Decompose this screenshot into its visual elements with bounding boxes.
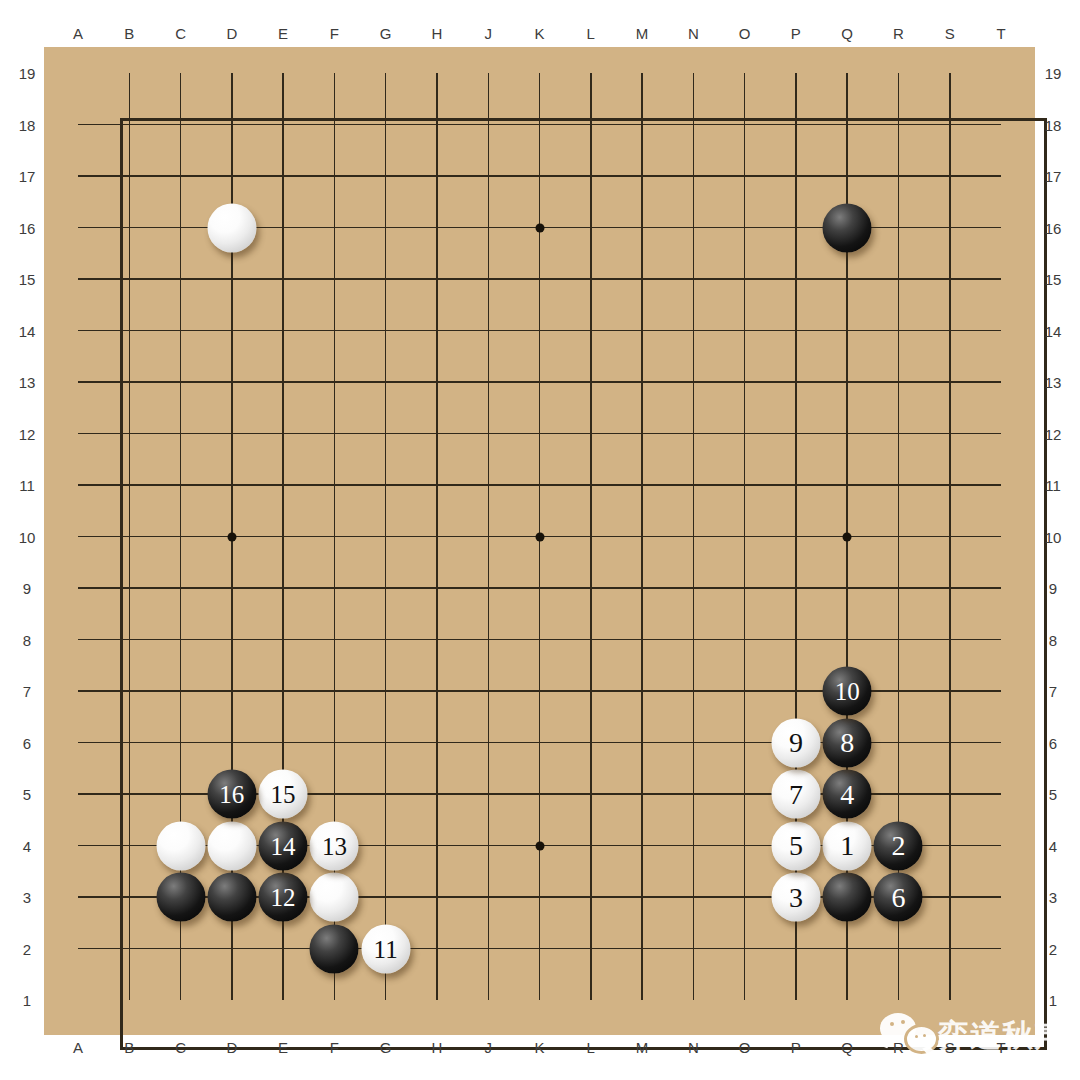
stone-D16[interactable]	[207, 203, 256, 252]
coord-label-left-19: 19	[19, 65, 36, 82]
coord-label-bottom-O: O	[739, 1039, 751, 1056]
coord-label-left-16: 16	[19, 219, 36, 236]
coord-label-top-O: O	[739, 25, 751, 42]
coord-label-bottom-S: S	[945, 1039, 955, 1056]
coord-label-bottom-F: F	[330, 1039, 339, 1056]
stone-move-number: 6	[891, 883, 905, 911]
grid-line-vertical	[590, 73, 592, 1000]
star-point-K10	[535, 532, 544, 541]
stone-E5[interactable]: 15	[259, 770, 308, 819]
coord-label-right-2: 2	[1049, 940, 1057, 957]
coord-label-top-P: P	[791, 25, 801, 42]
grid-line-vertical	[641, 73, 643, 1000]
coord-label-bottom-G: G	[380, 1039, 392, 1056]
coord-label-top-K: K	[534, 25, 544, 42]
grid-line-horizontal	[78, 948, 1001, 950]
coord-label-bottom-D: D	[226, 1039, 237, 1056]
stone-P4[interactable]: 5	[771, 821, 820, 870]
stone-Q6[interactable]: 8	[823, 718, 872, 767]
stone-Q3[interactable]	[823, 873, 872, 922]
stone-D3[interactable]	[207, 873, 256, 922]
stone-move-number: 16	[219, 782, 244, 807]
coord-label-top-S: S	[945, 25, 955, 42]
grid-line-horizontal	[78, 587, 1001, 589]
coord-label-right-19: 19	[1045, 65, 1062, 82]
coord-label-top-M: M	[636, 25, 649, 42]
coord-label-left-4: 4	[23, 837, 31, 854]
star-point-Q10	[843, 532, 852, 541]
coord-label-top-G: G	[380, 25, 392, 42]
grid-line-vertical	[744, 73, 746, 1000]
stone-move-number: 2	[891, 832, 905, 860]
stone-D5[interactable]: 16	[207, 770, 256, 819]
stone-move-number: 12	[271, 885, 296, 910]
stone-move-number: 13	[322, 833, 347, 858]
coord-label-top-D: D	[226, 25, 237, 42]
coord-label-right-7: 7	[1049, 683, 1057, 700]
coord-label-left-3: 3	[23, 889, 31, 906]
coord-label-right-4: 4	[1049, 837, 1057, 854]
coord-label-left-5: 5	[23, 786, 31, 803]
grid-line-vertical	[949, 73, 951, 1000]
coord-label-left-14: 14	[19, 322, 36, 339]
stone-P6[interactable]: 9	[771, 718, 820, 767]
coord-label-right-1: 1	[1049, 992, 1057, 1009]
stone-P3[interactable]: 3	[771, 873, 820, 922]
stone-C4[interactable]	[156, 821, 205, 870]
stone-move-number: 10	[835, 679, 860, 704]
coord-label-left-18: 18	[19, 116, 36, 133]
coord-label-left-12: 12	[19, 425, 36, 442]
coord-label-right-3: 3	[1049, 889, 1057, 906]
coord-label-bottom-N: N	[688, 1039, 699, 1056]
stone-G2[interactable]: 11	[361, 924, 410, 973]
coord-label-top-L: L	[587, 25, 595, 42]
coord-label-left-6: 6	[23, 734, 31, 751]
wechat-bubble-small	[904, 1024, 939, 1054]
coord-label-bottom-R: R	[893, 1039, 904, 1056]
coord-label-bottom-C: C	[175, 1039, 186, 1056]
coord-label-right-6: 6	[1049, 734, 1057, 751]
coord-label-top-H: H	[432, 25, 443, 42]
coord-label-left-9: 9	[23, 580, 31, 597]
stone-move-number: 5	[789, 832, 803, 860]
stone-Q5[interactable]: 4	[823, 770, 872, 819]
coord-label-right-8: 8	[1049, 631, 1057, 648]
stone-E4[interactable]: 14	[259, 821, 308, 870]
stone-move-number: 14	[271, 833, 296, 858]
coord-label-bottom-L: L	[587, 1039, 595, 1056]
coord-label-top-J: J	[484, 25, 492, 42]
coord-label-right-10: 10	[1045, 528, 1062, 545]
coord-label-bottom-M: M	[636, 1039, 649, 1056]
coord-label-bottom-E: E	[278, 1039, 288, 1056]
coord-label-bottom-K: K	[534, 1039, 544, 1056]
coord-label-bottom-B: B	[124, 1039, 134, 1056]
stone-move-number: 15	[271, 782, 296, 807]
stone-move-number: 9	[789, 729, 803, 757]
stone-Q4[interactable]: 1	[823, 821, 872, 870]
coord-label-right-11: 11	[1045, 477, 1061, 494]
coord-label-top-B: B	[124, 25, 134, 42]
coord-label-right-14: 14	[1045, 322, 1062, 339]
coord-label-bottom-P: P	[791, 1039, 801, 1056]
coord-label-left-17: 17	[19, 168, 36, 185]
stone-R4[interactable]: 2	[874, 821, 923, 870]
coord-label-top-Q: Q	[841, 25, 853, 42]
coord-label-right-9: 9	[1049, 580, 1057, 597]
stone-move-number: 3	[789, 883, 803, 911]
coord-label-bottom-H: H	[432, 1039, 443, 1056]
stone-E3[interactable]: 12	[259, 873, 308, 922]
coord-label-bottom-J: J	[484, 1039, 492, 1056]
stone-C3[interactable]	[156, 873, 205, 922]
coord-label-top-F: F	[330, 25, 339, 42]
stone-move-number: 7	[789, 780, 803, 808]
coord-label-right-5: 5	[1049, 786, 1057, 803]
coord-label-left-1: 1	[23, 992, 31, 1009]
coord-label-top-T: T	[996, 25, 1005, 42]
stone-Q7[interactable]: 10	[823, 667, 872, 716]
coord-label-right-16: 16	[1045, 219, 1062, 236]
stone-move-number: 11	[374, 936, 398, 961]
stone-F4[interactable]: 13	[310, 821, 359, 870]
coord-label-right-17: 17	[1045, 168, 1062, 185]
coord-label-top-E: E	[278, 25, 288, 42]
coord-label-right-13: 13	[1045, 374, 1062, 391]
coord-label-left-10: 10	[19, 528, 36, 545]
coord-label-right-18: 18	[1045, 116, 1062, 133]
stone-P5[interactable]: 7	[771, 770, 820, 819]
coord-label-bottom-A: A	[73, 1039, 83, 1056]
stone-move-number: 4	[840, 780, 854, 808]
coord-label-bottom-Q: Q	[841, 1039, 853, 1056]
watermark: 弈道秋声	[876, 1007, 1066, 1065]
stone-F3[interactable]	[310, 873, 359, 922]
go-diagram-page: 弈道秋声 AABBCCDDEEFFGGHHJJKKLLMMNNOOPPQQRRS…	[0, 0, 1080, 1080]
coord-label-left-13: 13	[19, 374, 36, 391]
star-point-D10	[227, 532, 236, 541]
stone-Q16[interactable]	[823, 203, 872, 252]
coord-label-right-15: 15	[1045, 271, 1062, 288]
coord-label-top-C: C	[175, 25, 186, 42]
grid-line-horizontal	[78, 639, 1001, 641]
coord-label-top-A: A	[73, 25, 83, 42]
stone-F2[interactable]	[310, 924, 359, 973]
coord-label-top-N: N	[688, 25, 699, 42]
stone-R3[interactable]: 6	[874, 873, 923, 922]
grid-line-vertical	[693, 73, 695, 1000]
coord-label-left-7: 7	[23, 683, 31, 700]
stone-move-number: 1	[840, 832, 854, 860]
coord-label-left-8: 8	[23, 631, 31, 648]
coord-label-left-11: 11	[19, 477, 35, 494]
coord-label-left-2: 2	[23, 940, 31, 957]
coord-label-bottom-T: T	[996, 1039, 1005, 1056]
stone-move-number: 8	[840, 729, 854, 757]
coord-label-right-12: 12	[1045, 425, 1062, 442]
coord-label-top-R: R	[893, 25, 904, 42]
coord-label-left-15: 15	[19, 271, 36, 288]
star-point-K16	[535, 223, 544, 232]
star-point-K4	[535, 841, 544, 850]
stone-D4[interactable]	[207, 821, 256, 870]
